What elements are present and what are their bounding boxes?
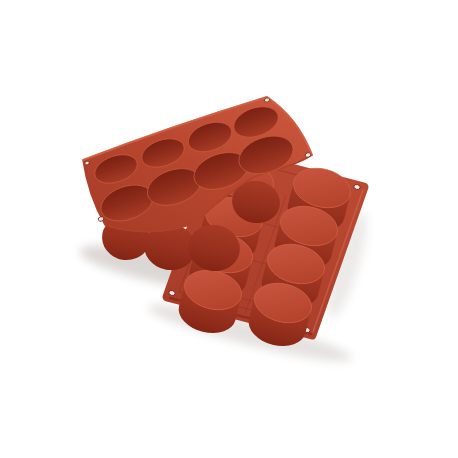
product-photo xyxy=(0,0,458,458)
mould-illustration xyxy=(0,0,458,458)
